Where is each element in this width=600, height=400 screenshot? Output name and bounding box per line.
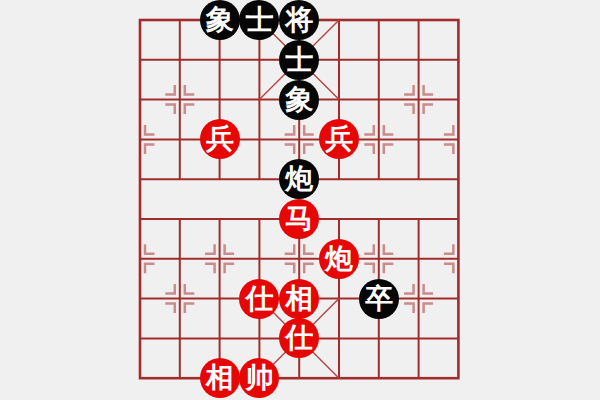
red-cannon[interactable]: 炮	[319, 239, 359, 279]
red-soldier[interactable]: 兵	[319, 119, 359, 159]
black-advisor[interactable]: 士	[239, 0, 279, 40]
red-soldier[interactable]: 兵	[200, 119, 240, 159]
black-advisor[interactable]: 士	[279, 40, 319, 80]
red-elephant[interactable]: 相	[200, 358, 240, 398]
black-elephant[interactable]: 象	[200, 0, 240, 40]
red-general[interactable]: 帅	[239, 358, 279, 398]
xiangqi-diagram: 象士将士象炮卒兵兵马炮仕相仕相帅	[0, 0, 600, 400]
red-advisor[interactable]: 仕	[239, 279, 279, 319]
xiangqi-board: 象士将士象炮卒兵兵马炮仕相仕相帅	[120, 0, 478, 398]
black-elephant[interactable]: 象	[279, 80, 319, 120]
black-cannon[interactable]: 炮	[279, 159, 319, 199]
red-advisor[interactable]: 仕	[279, 318, 319, 358]
black-general[interactable]: 将	[279, 0, 319, 40]
black-soldier[interactable]: 卒	[359, 279, 399, 319]
red-horse[interactable]: 马	[279, 199, 319, 239]
red-elephant[interactable]: 相	[279, 279, 319, 319]
